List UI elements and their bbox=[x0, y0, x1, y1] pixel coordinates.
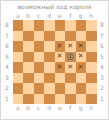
square-f2[interactable] bbox=[65, 83, 76, 94]
move-marker-e6: ✕ bbox=[57, 43, 63, 50]
square-f6[interactable]: ✕ bbox=[65, 41, 76, 52]
square-c7[interactable] bbox=[34, 31, 45, 42]
square-c6[interactable] bbox=[34, 41, 45, 52]
move-marker-g5: ✕ bbox=[78, 53, 84, 60]
board: abcdefgh88776✕✕✕65✕♔✕54✕✕✕4332211abcdefg… bbox=[2, 12, 108, 112]
square-b8[interactable] bbox=[23, 20, 34, 31]
rank-label-right-7: 7 bbox=[97, 31, 108, 42]
square-e1[interactable] bbox=[55, 94, 66, 105]
square-e8[interactable] bbox=[55, 20, 66, 31]
square-a5[interactable] bbox=[13, 52, 24, 63]
square-g2[interactable] bbox=[76, 83, 87, 94]
square-h8[interactable] bbox=[86, 20, 97, 31]
corner bbox=[97, 104, 108, 112]
square-b5[interactable] bbox=[23, 52, 34, 63]
move-marker-e5: ✕ bbox=[57, 53, 63, 60]
square-h6[interactable] bbox=[86, 41, 97, 52]
file-label-top-g: g bbox=[76, 12, 87, 20]
square-c4[interactable] bbox=[34, 62, 45, 73]
file-label-bottom-b: b bbox=[23, 104, 34, 112]
rank-label-left-7: 7 bbox=[2, 31, 13, 42]
square-a3[interactable] bbox=[13, 73, 24, 84]
square-h3[interactable] bbox=[86, 73, 97, 84]
square-h2[interactable] bbox=[86, 83, 97, 94]
square-b7[interactable] bbox=[23, 31, 34, 42]
square-e7[interactable] bbox=[55, 31, 66, 42]
square-d5[interactable] bbox=[44, 52, 55, 63]
square-a2[interactable] bbox=[13, 83, 24, 94]
square-g5[interactable]: ✕ bbox=[76, 52, 87, 63]
square-f7[interactable] bbox=[65, 31, 76, 42]
square-a8[interactable] bbox=[13, 20, 24, 31]
file-label-top-h: h bbox=[86, 12, 97, 20]
file-label-top-a: a bbox=[13, 12, 24, 20]
square-e4[interactable]: ✕ bbox=[55, 62, 66, 73]
rank-label-left-3: 3 bbox=[2, 73, 13, 84]
file-label-top-f: f bbox=[65, 12, 76, 20]
square-h5[interactable] bbox=[86, 52, 97, 63]
square-b2[interactable] bbox=[23, 83, 34, 94]
file-label-bottom-g: g bbox=[76, 104, 87, 112]
square-a7[interactable] bbox=[13, 31, 24, 42]
square-b3[interactable] bbox=[23, 73, 34, 84]
square-a1[interactable] bbox=[13, 94, 24, 105]
square-g1[interactable] bbox=[76, 94, 87, 105]
rank-label-right-8: 8 bbox=[97, 20, 108, 31]
square-a6[interactable] bbox=[13, 41, 24, 52]
rank-label-left-2: 2 bbox=[2, 83, 13, 94]
square-d8[interactable] bbox=[44, 20, 55, 31]
file-label-bottom-c: c bbox=[34, 104, 45, 112]
square-f8[interactable] bbox=[65, 20, 76, 31]
file-label-top-c: c bbox=[34, 12, 45, 20]
corner bbox=[2, 12, 13, 20]
square-b6[interactable] bbox=[23, 41, 34, 52]
square-e5[interactable]: ✕ bbox=[55, 52, 66, 63]
square-h7[interactable] bbox=[86, 31, 97, 42]
square-b4[interactable] bbox=[23, 62, 34, 73]
square-f1[interactable] bbox=[65, 94, 76, 105]
diagram-title: возможный ход короля bbox=[1, 3, 108, 11]
square-f4[interactable]: ✕ bbox=[65, 62, 76, 73]
square-b1[interactable] bbox=[23, 94, 34, 105]
corner bbox=[2, 104, 13, 112]
square-h1[interactable] bbox=[86, 94, 97, 105]
move-marker-e4: ✕ bbox=[57, 64, 63, 71]
square-f3[interactable] bbox=[65, 73, 76, 84]
file-label-bottom-a: a bbox=[13, 104, 24, 112]
chess-diagram-card: возможный ход короля abcdefgh88776✕✕✕65✕… bbox=[0, 0, 109, 120]
square-c2[interactable] bbox=[34, 83, 45, 94]
square-h4[interactable] bbox=[86, 62, 97, 73]
rank-label-right-3: 3 bbox=[97, 73, 108, 84]
square-g8[interactable] bbox=[76, 20, 87, 31]
square-c1[interactable] bbox=[34, 94, 45, 105]
file-label-top-d: d bbox=[44, 12, 55, 20]
square-c3[interactable] bbox=[34, 73, 45, 84]
square-f5[interactable]: ♔ bbox=[65, 52, 76, 63]
rank-label-left-6: 6 bbox=[2, 41, 13, 52]
rank-label-left-4: 4 bbox=[2, 62, 13, 73]
move-marker-f6: ✕ bbox=[67, 43, 73, 50]
move-marker-g6: ✕ bbox=[78, 43, 84, 50]
rank-label-left-1: 1 bbox=[2, 94, 13, 105]
square-g6[interactable]: ✕ bbox=[76, 41, 87, 52]
square-g7[interactable] bbox=[76, 31, 87, 42]
square-e3[interactable] bbox=[55, 73, 66, 84]
square-e6[interactable]: ✕ bbox=[55, 41, 66, 52]
square-g4[interactable]: ✕ bbox=[76, 62, 87, 73]
file-label-top-e: e bbox=[55, 12, 66, 20]
square-d1[interactable] bbox=[44, 94, 55, 105]
square-c8[interactable] bbox=[34, 20, 45, 31]
square-d3[interactable] bbox=[44, 73, 55, 84]
move-marker-f4: ✕ bbox=[67, 64, 73, 71]
rank-label-right-6: 6 bbox=[97, 41, 108, 52]
square-c5[interactable] bbox=[34, 52, 45, 63]
square-a4[interactable] bbox=[13, 62, 24, 73]
square-d7[interactable] bbox=[44, 31, 55, 42]
square-d4[interactable] bbox=[44, 62, 55, 73]
square-e2[interactable] bbox=[55, 83, 66, 94]
square-g3[interactable] bbox=[76, 73, 87, 84]
rank-label-right-2: 2 bbox=[97, 83, 108, 94]
move-marker-g4: ✕ bbox=[78, 64, 84, 71]
square-d6[interactable] bbox=[44, 41, 55, 52]
rank-label-left-8: 8 bbox=[2, 20, 13, 31]
rank-label-left-5: 5 bbox=[2, 52, 13, 63]
corner bbox=[97, 12, 108, 20]
rank-label-right-5: 5 bbox=[97, 52, 108, 63]
file-label-bottom-e: e bbox=[55, 104, 66, 112]
file-label-bottom-h: h bbox=[86, 104, 97, 112]
file-label-top-b: b bbox=[23, 12, 34, 20]
rank-label-right-4: 4 bbox=[97, 62, 108, 73]
rank-label-right-1: 1 bbox=[97, 94, 108, 105]
white-king[interactable]: ♔ bbox=[66, 52, 75, 62]
file-label-bottom-d: d bbox=[44, 104, 55, 112]
square-d2[interactable] bbox=[44, 83, 55, 94]
file-label-bottom-f: f bbox=[65, 104, 76, 112]
